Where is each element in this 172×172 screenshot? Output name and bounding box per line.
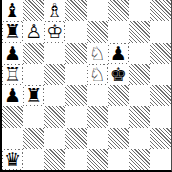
square-a3[interactable] <box>2 106 23 127</box>
square-b3[interactable] <box>23 106 44 127</box>
piece-halo: ♖ <box>3 65 22 84</box>
square-h6[interactable] <box>150 43 171 64</box>
square-b2[interactable] <box>23 128 44 149</box>
square-d7[interactable] <box>65 21 86 42</box>
square-c8[interactable]: ♗ <box>44 0 65 21</box>
square-a8[interactable]: ♝ <box>2 0 23 21</box>
square-f3[interactable] <box>108 106 129 127</box>
square-f8[interactable] <box>108 0 129 21</box>
square-g7[interactable] <box>129 21 150 42</box>
chess-board: ♝♗♜♙♔♟♘♟♖♘♚♟♜♛ <box>0 0 172 172</box>
square-d2[interactable] <box>65 128 86 149</box>
piece-halo: ♝ <box>3 1 22 20</box>
piece-halo: ♜ <box>3 22 22 41</box>
square-a1[interactable]: ♛ <box>2 149 23 170</box>
piece-white-pawn[interactable]: ♙ <box>25 22 42 41</box>
square-e8[interactable] <box>87 0 108 21</box>
square-d5[interactable] <box>65 64 86 85</box>
square-h4[interactable] <box>150 85 171 106</box>
square-c1[interactable] <box>44 149 65 170</box>
square-b1[interactable] <box>23 149 44 170</box>
square-h8[interactable] <box>150 0 171 21</box>
square-f5[interactable]: ♚ <box>108 64 129 85</box>
square-c7[interactable]: ♔ <box>44 21 65 42</box>
piece-halo: ♔ <box>45 22 64 41</box>
square-g1[interactable] <box>129 149 150 170</box>
square-h7[interactable] <box>150 21 171 42</box>
square-h2[interactable] <box>150 128 171 149</box>
piece-halo: ♙ <box>24 22 43 41</box>
square-h3[interactable] <box>150 106 171 127</box>
piece-white-king[interactable]: ♔ <box>46 22 63 41</box>
square-d1[interactable] <box>65 149 86 170</box>
square-b8[interactable] <box>23 0 44 21</box>
square-g2[interactable] <box>129 128 150 149</box>
piece-halo: ♜ <box>24 86 43 105</box>
piece-white-knight[interactable]: ♘ <box>89 43 106 62</box>
piece-halo: ♟ <box>3 44 22 63</box>
piece-halo: ♛ <box>3 150 22 169</box>
piece-white-bishop[interactable]: ♗ <box>46 1 63 20</box>
piece-black-pawn[interactable]: ♟ <box>4 86 21 105</box>
square-a6[interactable]: ♟ <box>2 43 23 64</box>
piece-black-queen[interactable]: ♛ <box>4 149 21 168</box>
square-g6[interactable] <box>129 43 150 64</box>
square-e1[interactable] <box>87 149 108 170</box>
piece-black-bishop[interactable]: ♝ <box>4 1 21 20</box>
piece-white-rook[interactable]: ♖ <box>4 64 21 83</box>
square-c6[interactable] <box>44 43 65 64</box>
square-a5[interactable]: ♖ <box>2 64 23 85</box>
square-a2[interactable] <box>2 128 23 149</box>
square-c5[interactable] <box>44 64 65 85</box>
square-f6[interactable]: ♟ <box>108 43 129 64</box>
piece-white-knight[interactable]: ♘ <box>89 64 106 83</box>
square-e2[interactable] <box>87 128 108 149</box>
piece-black-rook[interactable]: ♜ <box>25 86 42 105</box>
square-e5[interactable]: ♘ <box>87 64 108 85</box>
square-g5[interactable] <box>129 64 150 85</box>
square-e6[interactable]: ♘ <box>87 43 108 64</box>
square-c4[interactable] <box>44 85 65 106</box>
square-e7[interactable] <box>87 21 108 42</box>
square-f4[interactable] <box>108 85 129 106</box>
square-d3[interactable] <box>65 106 86 127</box>
square-h5[interactable] <box>150 64 171 85</box>
piece-black-king[interactable]: ♚ <box>110 64 127 83</box>
square-a7[interactable]: ♜ <box>2 21 23 42</box>
square-h1[interactable] <box>150 149 171 170</box>
piece-halo: ♘ <box>88 44 107 63</box>
piece-black-pawn[interactable]: ♟ <box>4 43 21 62</box>
piece-halo: ♘ <box>88 65 107 84</box>
piece-halo: ♟ <box>3 86 22 105</box>
piece-black-rook[interactable]: ♜ <box>4 22 21 41</box>
square-d6[interactable] <box>65 43 86 64</box>
square-b5[interactable] <box>23 64 44 85</box>
square-d8[interactable] <box>65 0 86 21</box>
square-g8[interactable] <box>129 0 150 21</box>
piece-halo: ♚ <box>109 65 128 84</box>
square-f7[interactable] <box>108 21 129 42</box>
square-a4[interactable]: ♟ <box>2 85 23 106</box>
square-f2[interactable] <box>108 128 129 149</box>
square-b4[interactable]: ♜ <box>23 85 44 106</box>
square-g4[interactable] <box>129 85 150 106</box>
piece-black-pawn[interactable]: ♟ <box>110 43 127 62</box>
square-c3[interactable] <box>44 106 65 127</box>
square-e3[interactable] <box>87 106 108 127</box>
square-c2[interactable] <box>44 128 65 149</box>
square-g3[interactable] <box>129 106 150 127</box>
piece-halo: ♗ <box>45 1 64 20</box>
square-b7[interactable]: ♙ <box>23 21 44 42</box>
square-e4[interactable] <box>87 85 108 106</box>
square-f1[interactable] <box>108 149 129 170</box>
square-b6[interactable] <box>23 43 44 64</box>
piece-halo: ♟ <box>109 44 128 63</box>
square-d4[interactable] <box>65 85 86 106</box>
